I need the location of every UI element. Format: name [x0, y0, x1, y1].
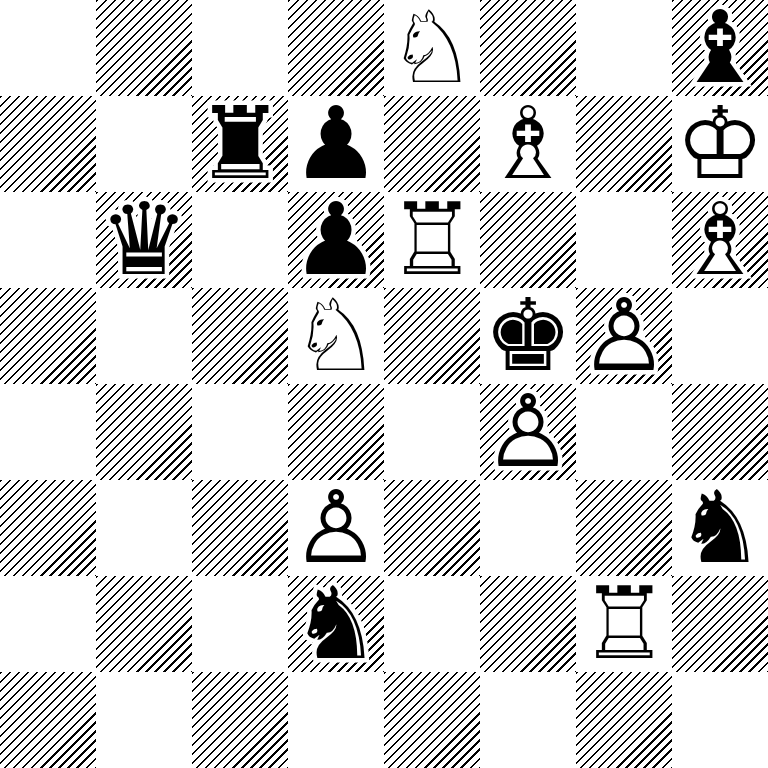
white-pawn-d3[interactable]: ♟♙	[288, 480, 384, 576]
white-bishop-glyph: ♗	[672, 192, 768, 288]
square-h5[interactable]	[672, 288, 768, 384]
square-g8[interactable]	[576, 0, 672, 96]
square-e5[interactable]	[384, 288, 480, 384]
square-e7[interactable]	[384, 96, 480, 192]
white-bishop-glyph: ♗	[480, 96, 576, 192]
white-knight-d5[interactable]: ♞♘	[288, 288, 384, 384]
white-pawn-glyph: ♙	[288, 480, 384, 576]
black-rook-glyph: ♜	[192, 96, 288, 192]
square-f3[interactable]	[480, 480, 576, 576]
square-b8[interactable]	[96, 0, 192, 96]
white-pawn-f4[interactable]: ♟♙	[480, 384, 576, 480]
square-a8[interactable]	[0, 0, 96, 96]
square-d6[interactable]: ♟♟	[288, 192, 384, 288]
square-h1[interactable]	[672, 672, 768, 768]
square-a4[interactable]	[0, 384, 96, 480]
white-bishop-h6[interactable]: ♝♗	[672, 192, 768, 288]
square-d4[interactable]	[288, 384, 384, 480]
white-bishop-f7[interactable]: ♝♗	[480, 96, 576, 192]
black-rook-c7[interactable]: ♜♜	[192, 96, 288, 192]
square-a5[interactable]	[0, 288, 96, 384]
black-king-glyph: ♚	[480, 288, 576, 384]
black-bishop-h8[interactable]: ♝♝	[672, 0, 768, 96]
square-g1[interactable]	[576, 672, 672, 768]
square-a3[interactable]	[0, 480, 96, 576]
square-h6[interactable]: ♝♗	[672, 192, 768, 288]
square-h2[interactable]	[672, 576, 768, 672]
square-h8[interactable]: ♝♝	[672, 0, 768, 96]
white-pawn-g5[interactable]: ♟♙	[576, 288, 672, 384]
white-knight-glyph: ♘	[288, 288, 384, 384]
square-g7[interactable]	[576, 96, 672, 192]
square-g5[interactable]: ♟♙	[576, 288, 672, 384]
square-e6[interactable]: ♜♖	[384, 192, 480, 288]
square-e2[interactable]	[384, 576, 480, 672]
square-h3[interactable]: ♞♞	[672, 480, 768, 576]
white-pawn-glyph: ♙	[480, 384, 576, 480]
black-knight-glyph: ♞	[672, 480, 768, 576]
square-b1[interactable]	[96, 672, 192, 768]
square-f5[interactable]: ♚♚	[480, 288, 576, 384]
square-g6[interactable]	[576, 192, 672, 288]
square-g4[interactable]	[576, 384, 672, 480]
white-rook-g2[interactable]: ♜♖	[576, 576, 672, 672]
black-queen-glyph: ♛	[96, 192, 192, 288]
square-a6[interactable]	[0, 192, 96, 288]
square-f2[interactable]	[480, 576, 576, 672]
white-pawn-glyph: ♙	[576, 288, 672, 384]
square-e3[interactable]	[384, 480, 480, 576]
square-f7[interactable]: ♝♗	[480, 96, 576, 192]
square-g2[interactable]: ♜♖	[576, 576, 672, 672]
square-d5[interactable]: ♞♘	[288, 288, 384, 384]
white-rook-glyph: ♖	[576, 576, 672, 672]
white-knight-glyph: ♘	[384, 0, 480, 96]
square-d8[interactable]	[288, 0, 384, 96]
square-c5[interactable]	[192, 288, 288, 384]
square-b2[interactable]	[96, 576, 192, 672]
square-h7[interactable]: ♚♔	[672, 96, 768, 192]
square-a2[interactable]	[0, 576, 96, 672]
black-knight-d2[interactable]: ♞♞	[288, 576, 384, 672]
black-bishop-glyph: ♝	[672, 0, 768, 96]
square-b4[interactable]	[96, 384, 192, 480]
square-c4[interactable]	[192, 384, 288, 480]
square-f4[interactable]: ♟♙	[480, 384, 576, 480]
square-c3[interactable]	[192, 480, 288, 576]
square-b5[interactable]	[96, 288, 192, 384]
black-queen-b6[interactable]: ♛♛	[96, 192, 192, 288]
square-e4[interactable]	[384, 384, 480, 480]
square-f8[interactable]	[480, 0, 576, 96]
white-king-h7[interactable]: ♚♔	[672, 96, 768, 192]
square-c2[interactable]	[192, 576, 288, 672]
square-f1[interactable]	[480, 672, 576, 768]
black-pawn-glyph: ♟	[288, 96, 384, 192]
square-c6[interactable]	[192, 192, 288, 288]
square-c7[interactable]: ♜♜	[192, 96, 288, 192]
square-h4[interactable]	[672, 384, 768, 480]
square-b7[interactable]	[96, 96, 192, 192]
black-knight-h3[interactable]: ♞♞	[672, 480, 768, 576]
white-rook-glyph: ♖	[384, 192, 480, 288]
square-g3[interactable]	[576, 480, 672, 576]
white-knight-e8[interactable]: ♞♘	[384, 0, 480, 96]
chess-board: ♞♘♝♝♜♜♟♟♝♗♚♔♛♛♟♟♜♖♝♗♞♘♚♚♟♙♟♙♟♙♞♞♞♞♜♖	[0, 0, 768, 768]
square-a7[interactable]	[0, 96, 96, 192]
square-d3[interactable]: ♟♙	[288, 480, 384, 576]
square-a1[interactable]	[0, 672, 96, 768]
black-pawn-d7[interactable]: ♟♟	[288, 96, 384, 192]
white-king-glyph: ♔	[672, 96, 768, 192]
square-c8[interactable]	[192, 0, 288, 96]
square-d1[interactable]	[288, 672, 384, 768]
square-f6[interactable]	[480, 192, 576, 288]
black-pawn-glyph: ♟	[288, 192, 384, 288]
square-d2[interactable]: ♞♞	[288, 576, 384, 672]
square-d7[interactable]: ♟♟	[288, 96, 384, 192]
square-b6[interactable]: ♛♛	[96, 192, 192, 288]
black-knight-glyph: ♞	[288, 576, 384, 672]
square-c1[interactable]	[192, 672, 288, 768]
square-e8[interactable]: ♞♘	[384, 0, 480, 96]
square-b3[interactable]	[96, 480, 192, 576]
square-e1[interactable]	[384, 672, 480, 768]
black-king-f5[interactable]: ♚♚	[480, 288, 576, 384]
black-pawn-d6[interactable]: ♟♟	[288, 192, 384, 288]
white-rook-e6[interactable]: ♜♖	[384, 192, 480, 288]
